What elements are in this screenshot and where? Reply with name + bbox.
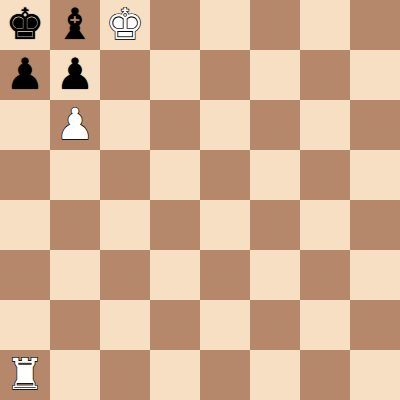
- square-c7[interactable]: [100, 50, 150, 100]
- square-g3[interactable]: [300, 250, 350, 300]
- chess-board: ♚♝♚♟♟♟♜: [0, 0, 400, 400]
- square-g8[interactable]: [300, 0, 350, 50]
- square-d7[interactable]: [150, 50, 200, 100]
- square-c2[interactable]: [100, 300, 150, 350]
- square-d3[interactable]: [150, 250, 200, 300]
- square-e5[interactable]: [200, 150, 250, 200]
- square-f8[interactable]: [250, 0, 300, 50]
- black-bishop[interactable]: ♝: [56, 0, 95, 49]
- square-h5[interactable]: [350, 150, 400, 200]
- square-b5[interactable]: [50, 150, 100, 200]
- square-b6[interactable]: ♟: [50, 100, 100, 150]
- square-e2[interactable]: [200, 300, 250, 350]
- square-b1[interactable]: [50, 350, 100, 400]
- square-a3[interactable]: [0, 250, 50, 300]
- square-e1[interactable]: [200, 350, 250, 400]
- square-f5[interactable]: [250, 150, 300, 200]
- square-g6[interactable]: [300, 100, 350, 150]
- square-g2[interactable]: [300, 300, 350, 350]
- square-f2[interactable]: [250, 300, 300, 350]
- square-h1[interactable]: [350, 350, 400, 400]
- square-h3[interactable]: [350, 250, 400, 300]
- square-h2[interactable]: [350, 300, 400, 350]
- square-c8[interactable]: ♚: [100, 0, 150, 50]
- square-d2[interactable]: [150, 300, 200, 350]
- square-d8[interactable]: [150, 0, 200, 50]
- square-g5[interactable]: [300, 150, 350, 200]
- square-b3[interactable]: [50, 250, 100, 300]
- black-pawn[interactable]: ♟: [56, 49, 95, 99]
- square-a4[interactable]: [0, 200, 50, 250]
- square-a8[interactable]: ♚: [0, 0, 50, 50]
- square-g4[interactable]: [300, 200, 350, 250]
- square-a1[interactable]: ♜: [0, 350, 50, 400]
- square-f1[interactable]: [250, 350, 300, 400]
- square-h7[interactable]: [350, 50, 400, 100]
- white-king[interactable]: ♚: [106, 0, 145, 49]
- square-b2[interactable]: [50, 300, 100, 350]
- square-a6[interactable]: [0, 100, 50, 150]
- square-g1[interactable]: [300, 350, 350, 400]
- square-e4[interactable]: [200, 200, 250, 250]
- square-e8[interactable]: [200, 0, 250, 50]
- square-d4[interactable]: [150, 200, 200, 250]
- square-f6[interactable]: [250, 100, 300, 150]
- square-b4[interactable]: [50, 200, 100, 250]
- white-pawn[interactable]: ♟: [56, 99, 95, 149]
- black-king[interactable]: ♚: [6, 0, 45, 49]
- square-a5[interactable]: [0, 150, 50, 200]
- square-b8[interactable]: ♝: [50, 0, 100, 50]
- square-h4[interactable]: [350, 200, 400, 250]
- square-e7[interactable]: [200, 50, 250, 100]
- square-d5[interactable]: [150, 150, 200, 200]
- black-pawn[interactable]: ♟: [6, 49, 45, 99]
- square-f3[interactable]: [250, 250, 300, 300]
- white-rook[interactable]: ♜: [6, 349, 45, 399]
- square-h8[interactable]: [350, 0, 400, 50]
- square-d6[interactable]: [150, 100, 200, 150]
- square-e6[interactable]: [200, 100, 250, 150]
- square-f7[interactable]: [250, 50, 300, 100]
- square-f4[interactable]: [250, 200, 300, 250]
- square-c1[interactable]: [100, 350, 150, 400]
- square-g7[interactable]: [300, 50, 350, 100]
- square-c5[interactable]: [100, 150, 150, 200]
- square-a2[interactable]: [0, 300, 50, 350]
- square-b7[interactable]: ♟: [50, 50, 100, 100]
- square-c4[interactable]: [100, 200, 150, 250]
- square-e3[interactable]: [200, 250, 250, 300]
- square-h6[interactable]: [350, 100, 400, 150]
- square-c6[interactable]: [100, 100, 150, 150]
- square-c3[interactable]: [100, 250, 150, 300]
- square-a7[interactable]: ♟: [0, 50, 50, 100]
- square-d1[interactable]: [150, 350, 200, 400]
